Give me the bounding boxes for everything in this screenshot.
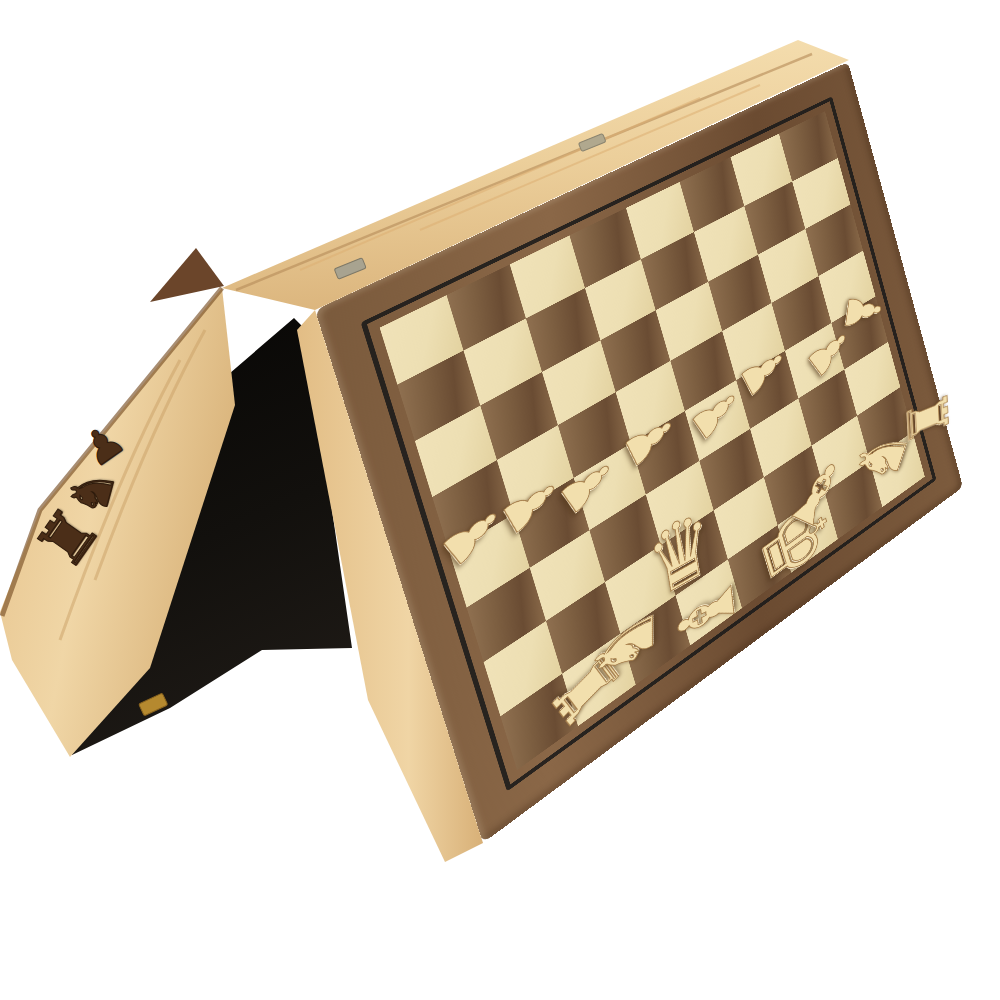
white-pawn-c4: ♟	[549, 447, 624, 525]
white-pawn-f4: ♟	[732, 337, 794, 406]
white-pawn-d4: ♟	[614, 404, 683, 478]
white-rook-h2: ♜	[898, 385, 955, 453]
white-pawn-h4: ♟	[837, 289, 888, 332]
product-photo-stage: ♟♞♜ ♟♟♟♟♟♟♟♟♜♞♝♛♚♝♞♜ Folding magnetic wo…	[0, 0, 1000, 1000]
